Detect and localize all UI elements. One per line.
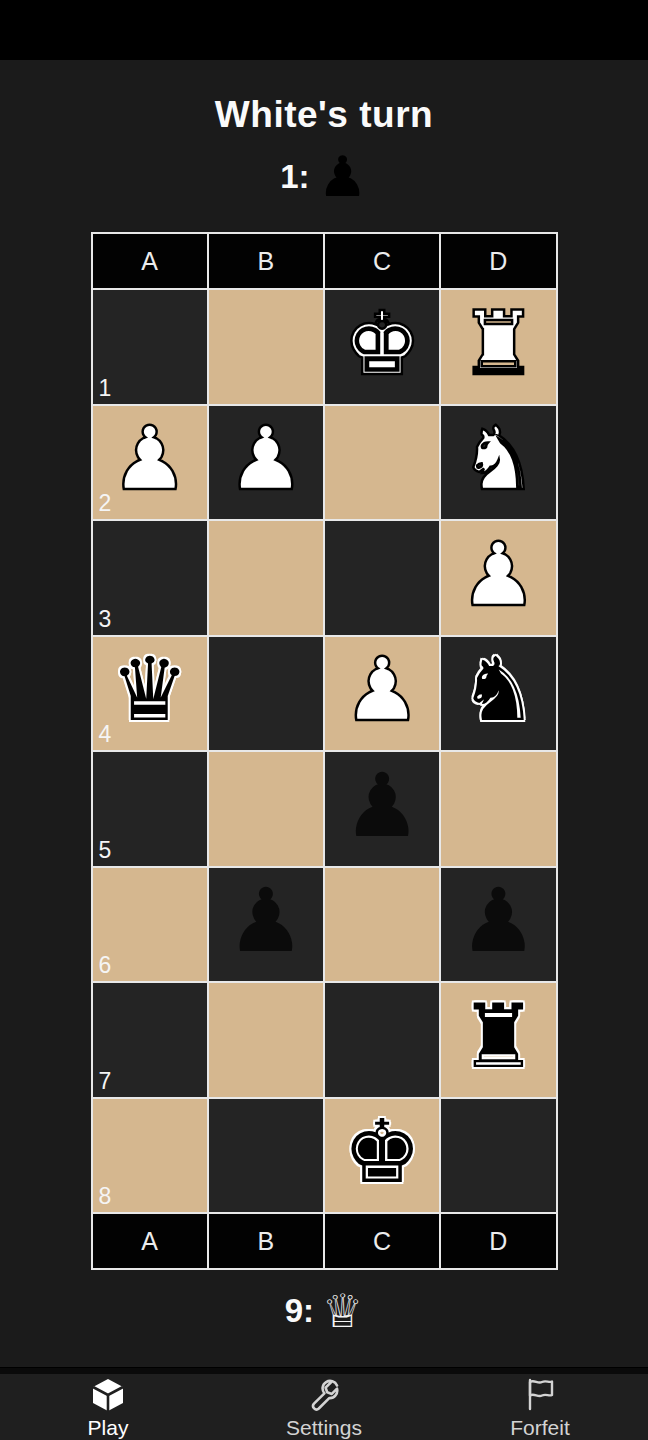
move-number: 9: <box>285 1292 314 1330</box>
rank-label: 6 <box>99 952 112 979</box>
nav-label: Forfeit <box>510 1416 570 1440</box>
square-D4[interactable]: ♞ <box>441 637 555 751</box>
square-B5[interactable] <box>209 752 323 866</box>
square-D6[interactable]: ♟ <box>441 868 555 982</box>
file-label-bottom: D <box>441 1214 555 1268</box>
black-rook: ♜ <box>459 993 538 1081</box>
file-label-bottom: C <box>325 1214 439 1268</box>
rank-label: 7 <box>99 1068 112 1095</box>
file-label-top: A <box>93 234 207 288</box>
nav-item-settings[interactable]: Settings <box>216 1374 432 1440</box>
cube-icon <box>90 1376 126 1412</box>
square-D3[interactable]: ♟ <box>441 521 555 635</box>
square-D7[interactable]: ♜ <box>441 983 555 1097</box>
black-knight: ♞ <box>459 646 538 734</box>
square-B3[interactable] <box>209 521 323 635</box>
square-D1[interactable]: ♜ <box>441 290 555 404</box>
square-B2[interactable]: ♟ <box>209 406 323 520</box>
square-B7[interactable] <box>209 983 323 1097</box>
white-queen-icon: ♕ <box>322 1288 363 1334</box>
black-queen: ♛ <box>110 646 189 734</box>
file-label-top: D <box>441 234 555 288</box>
square-C3[interactable] <box>325 521 439 635</box>
rank-label: 1 <box>99 375 112 402</box>
status-bar <box>0 0 648 60</box>
white-pawn: ♟ <box>110 415 189 503</box>
square-C1[interactable]: ♚ <box>325 290 439 404</box>
white-knight: ♞ <box>459 415 538 503</box>
square-B4[interactable] <box>209 637 323 751</box>
promotion-caption: 9: ♕ <box>0 1282 648 1340</box>
black-pawn: ♟ <box>226 877 305 965</box>
file-label-bottom: A <box>93 1214 207 1268</box>
flag-icon <box>522 1376 558 1412</box>
square-A5[interactable]: 5 <box>93 752 207 866</box>
square-A4[interactable]: 4♛ <box>93 637 207 751</box>
white-pawn: ♟ <box>343 646 422 734</box>
square-D8[interactable] <box>441 1099 555 1213</box>
nav-item-play[interactable]: Play <box>0 1374 216 1440</box>
square-A7[interactable]: 7 <box>93 983 207 1097</box>
square-B6[interactable]: ♟ <box>209 868 323 982</box>
black-king: ♚ <box>343 1108 422 1196</box>
file-label-top: B <box>209 234 323 288</box>
rank-label: 8 <box>99 1183 112 1210</box>
rank-label: 3 <box>99 606 112 633</box>
square-C6[interactable] <box>325 868 439 982</box>
square-D5[interactable] <box>441 752 555 866</box>
nav-label: Settings <box>286 1416 362 1440</box>
black-pawn-icon: ♟ <box>318 149 368 205</box>
white-king: ♚ <box>343 300 422 388</box>
black-pawn: ♟ <box>343 762 422 850</box>
file-label-top: C <box>325 234 439 288</box>
rank-label: 5 <box>99 837 112 864</box>
square-A8[interactable]: 8 <box>93 1099 207 1213</box>
white-pawn: ♟ <box>226 415 305 503</box>
square-C5[interactable]: ♟ <box>325 752 439 866</box>
board: ABCD1♚♜2♟♟♞3♟4♛♟♞5♟6♟♟7♜8♚ABCD <box>91 232 558 1270</box>
square-B1[interactable] <box>209 290 323 404</box>
turn-indicator: White's turn <box>0 94 648 136</box>
white-rook: ♜ <box>459 300 538 388</box>
black-pawn: ♟ <box>459 877 538 965</box>
file-label-bottom: B <box>209 1214 323 1268</box>
square-A2[interactable]: 2♟ <box>93 406 207 520</box>
square-C4[interactable]: ♟ <box>325 637 439 751</box>
nav-item-forfeit[interactable]: Forfeit <box>432 1374 648 1440</box>
square-A6[interactable]: 6 <box>93 868 207 982</box>
nav-label: Play <box>88 1416 129 1440</box>
move-number: 1: <box>280 158 309 196</box>
square-D2[interactable]: ♞ <box>441 406 555 520</box>
square-C2[interactable] <box>325 406 439 520</box>
square-C8[interactable]: ♚ <box>325 1099 439 1213</box>
square-C7[interactable] <box>325 983 439 1097</box>
bottom-nav: Play Settings Forfeit <box>0 1368 648 1440</box>
square-A1[interactable]: 1 <box>93 290 207 404</box>
wrench-icon <box>306 1376 342 1412</box>
square-A3[interactable]: 3 <box>93 521 207 635</box>
white-pawn: ♟ <box>459 531 538 619</box>
square-B8[interactable] <box>209 1099 323 1213</box>
last-move-caption: 1: ♟ <box>0 148 648 206</box>
